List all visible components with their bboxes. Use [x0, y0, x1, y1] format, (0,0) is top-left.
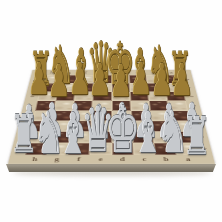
board-square[interactable] [28, 131, 51, 142]
file-label-text: c [142, 157, 147, 162]
file-label: e [94, 70, 111, 75]
rank-label-text: 7 [186, 87, 192, 88]
file-label-text: b [152, 71, 156, 74]
rank-label: 7 [182, 83, 196, 92]
file-label-text: e [98, 157, 102, 162]
board-square[interactable] [25, 143, 49, 155]
rank-label: 6 [184, 92, 199, 101]
board-square[interactable] [39, 83, 59, 92]
board-square[interactable] [171, 121, 193, 132]
board-square[interactable] [91, 121, 111, 132]
board-square[interactable] [150, 111, 171, 121]
file-label: a [162, 70, 180, 75]
file-label: d [112, 155, 134, 164]
file-label: b [155, 155, 178, 164]
board-square[interactable] [47, 143, 70, 155]
board-square[interactable] [49, 131, 71, 142]
board-square[interactable] [169, 111, 190, 121]
board-square[interactable] [132, 143, 154, 155]
rank-label: 4 [188, 111, 204, 121]
rank-label-text: 4 [192, 115, 198, 117]
chess-set-photo: hgfedcba8877665544332211hgfedcba ♜♞♝♛♚♝♞… [0, 0, 222, 222]
board-square[interactable] [92, 111, 112, 121]
file-label: f [77, 70, 94, 75]
board-square[interactable] [112, 111, 132, 121]
file-label-text: h [32, 157, 38, 162]
rank-label-text: 7 [31, 87, 37, 88]
board-square[interactable] [51, 121, 73, 132]
board-square[interactable] [59, 75, 78, 83]
rank-label: 1 [195, 143, 212, 155]
board-square[interactable] [68, 143, 90, 155]
board-square[interactable] [112, 121, 132, 132]
file-label-text: h [50, 71, 55, 74]
rank-label-text: 1 [200, 148, 207, 150]
rank-label: 2 [14, 131, 31, 142]
board-square[interactable] [93, 92, 112, 101]
board-square[interactable] [166, 92, 186, 101]
rank-label: 8 [180, 75, 194, 83]
board-square[interactable] [37, 92, 57, 101]
rank-label: 4 [19, 111, 35, 121]
rank-label: 1 [10, 143, 27, 155]
board-square[interactable] [54, 101, 74, 111]
file-label: f [67, 155, 90, 164]
board-square[interactable] [52, 111, 73, 121]
rank-label-text: 1 [16, 148, 23, 150]
board-square[interactable] [92, 101, 111, 111]
file-label: e [89, 155, 111, 164]
board-square[interactable] [112, 131, 133, 142]
board-square[interactable] [129, 83, 148, 92]
board-square[interactable] [57, 83, 76, 92]
rank-label-text: 3 [21, 125, 28, 127]
board-square[interactable] [112, 83, 130, 92]
file-label: c [133, 155, 156, 164]
rank-label-text: 8 [33, 79, 39, 80]
file-label-text: b [163, 157, 169, 162]
rank-label-text: 8 [184, 79, 190, 80]
rank-label: 8 [29, 75, 43, 83]
board-square[interactable] [112, 143, 134, 155]
file-label: g [45, 155, 68, 164]
board-square[interactable] [30, 121, 52, 132]
board-square[interactable] [112, 92, 131, 101]
board-square[interactable] [129, 75, 147, 83]
board-square[interactable] [112, 101, 131, 111]
board-square[interactable] [131, 121, 152, 132]
board-square[interactable] [72, 111, 92, 121]
board-square[interactable] [172, 131, 195, 142]
file-label-text: a [185, 157, 191, 162]
rank-label-text: 2 [19, 136, 26, 138]
rank-label-text: 5 [190, 105, 196, 107]
file-label-text: f [77, 157, 81, 162]
board-square[interactable] [56, 92, 76, 101]
rank-label-text: 6 [188, 96, 194, 97]
board-square[interactable] [174, 143, 198, 155]
file-label: c [128, 70, 145, 75]
board-square[interactable] [35, 101, 56, 111]
file-label-text: f [85, 71, 88, 74]
file-label-text: e [101, 71, 104, 74]
rank-label: 3 [17, 121, 33, 132]
file-label: d [112, 70, 129, 75]
board-square[interactable] [167, 101, 188, 111]
board-square[interactable] [163, 75, 182, 83]
file-label-text: d [118, 71, 122, 74]
file-label-text: a [169, 71, 173, 74]
board-square[interactable] [94, 75, 112, 83]
rank-label: 6 [25, 92, 40, 101]
file-label-text: g [54, 157, 59, 162]
rank-label-text: 5 [27, 105, 33, 107]
board-square[interactable] [130, 92, 149, 101]
board-square[interactable] [93, 83, 111, 92]
board-square[interactable] [146, 75, 165, 83]
board-square[interactable] [151, 121, 173, 132]
rank-label: 7 [27, 83, 41, 92]
rank-label-text: 3 [195, 125, 202, 127]
rank-label: 5 [186, 101, 201, 111]
board-side-edge [6, 164, 216, 172]
border-cell [198, 155, 215, 164]
board-square[interactable] [75, 83, 94, 92]
board-square[interactable] [73, 101, 93, 111]
board-square[interactable] [132, 131, 154, 142]
board-square[interactable] [70, 131, 92, 142]
board-square[interactable] [90, 143, 112, 155]
rank-label-text: 2 [198, 136, 205, 138]
rank-label-text: 4 [24, 115, 30, 117]
file-label-text: c [135, 71, 138, 74]
board-square[interactable] [131, 111, 151, 121]
file-label: g [60, 70, 78, 75]
board-square[interactable] [149, 101, 169, 111]
board-square[interactable] [71, 121, 92, 132]
board-square[interactable] [41, 75, 60, 83]
file-label-text: d [120, 157, 125, 162]
board-square[interactable] [76, 75, 94, 83]
board-square[interactable] [153, 143, 176, 155]
rank-label: 5 [22, 101, 37, 111]
file-label: a [176, 155, 200, 164]
file-label: b [145, 70, 163, 75]
board-square[interactable] [33, 111, 54, 121]
rank-label-text: 6 [29, 96, 35, 97]
rank-label: 2 [193, 131, 210, 142]
rank-label: 3 [190, 121, 206, 132]
board-square[interactable] [112, 75, 130, 83]
board-square[interactable] [74, 92, 93, 101]
board-square[interactable] [130, 101, 150, 111]
file-label: h [43, 70, 61, 75]
board-square[interactable] [147, 83, 166, 92]
board-square[interactable] [164, 83, 184, 92]
file-label-text: g [67, 71, 71, 74]
board-square[interactable] [148, 92, 168, 101]
file-label: h [23, 155, 47, 164]
chess-board[interactable]: hgfedcba8877665544332211hgfedcba [8, 70, 215, 164]
board-square[interactable] [91, 131, 112, 142]
board-square[interactable] [152, 131, 174, 142]
